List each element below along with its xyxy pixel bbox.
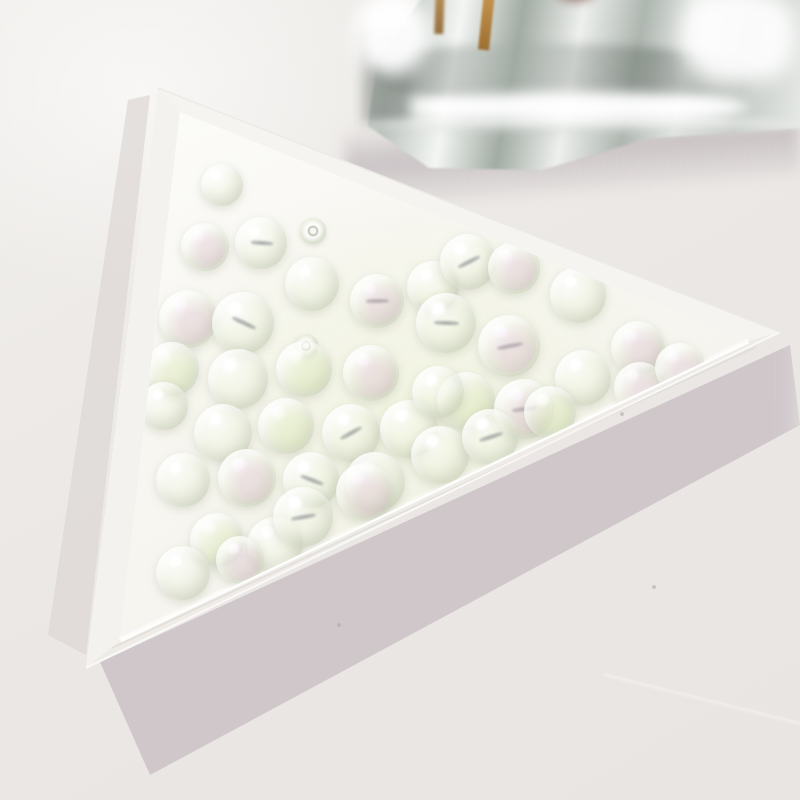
bead: [412, 366, 464, 418]
bead: [156, 453, 210, 507]
bead: [235, 217, 287, 269]
bead: [156, 546, 210, 600]
bead-hole-slit: [479, 431, 503, 442]
bead: [159, 290, 217, 348]
bead: [336, 463, 394, 521]
bead: [350, 274, 404, 328]
photo: [0, 0, 800, 800]
bead: [258, 398, 314, 454]
bead: [208, 349, 268, 409]
bead-hole-slit: [496, 341, 522, 350]
dust-speck: [652, 585, 656, 589]
bead-hole-slit: [434, 320, 459, 325]
bead: [411, 426, 469, 484]
bead: [276, 341, 332, 397]
bead-hole-slit: [250, 240, 272, 245]
bead-hole-slit: [300, 474, 323, 486]
bead-hole-slit: [366, 299, 389, 303]
bead-hole-slit: [340, 425, 363, 440]
bead-hole-slit: [231, 315, 256, 330]
bead: [478, 315, 540, 377]
bead: [273, 487, 333, 547]
bead: [181, 223, 229, 271]
bead: [285, 257, 339, 311]
dust-speck: [337, 623, 341, 627]
bead: [218, 449, 276, 507]
bead: [300, 218, 326, 244]
bead-hole-slit: [457, 255, 480, 269]
bead: [343, 345, 399, 401]
bead: [201, 164, 243, 206]
bead-hole-slit: [291, 512, 317, 520]
dust-speck: [620, 412, 624, 416]
bead: [212, 292, 274, 354]
bead: [416, 293, 476, 353]
